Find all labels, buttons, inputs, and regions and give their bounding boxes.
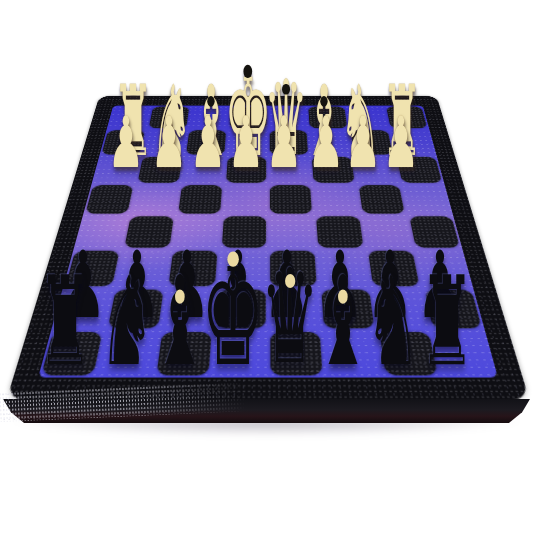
white-pawn-f2: ♟ [190, 107, 226, 178]
pieces-layer: ♜♞♝♚♛♝♞♜♟♟♟♟♟♟♟♟♟♟♟♟♟♟♟♟♜♞♝♚♛♝♞♜ [0, 0, 533, 533]
white-pawn-c2: ♟ [308, 107, 344, 178]
photo-background: ♜♞♝♚♛♝♞♜♟♟♟♟♟♟♟♟♟♟♟♟♟♟♟♟♜♞♝♚♛♝♞♜ [0, 0, 533, 533]
black-rook-a8: ♜ [419, 260, 474, 383]
black-bishop-c8: ♝ [315, 260, 370, 383]
white-pawn-d2: ♟ [266, 107, 302, 178]
white-pawn-g2: ♟ [151, 107, 187, 178]
black-rook-h8: ♜ [37, 260, 92, 383]
white-pawn-h2: ♟ [108, 107, 144, 178]
black-knight-b8: ♞ [365, 260, 420, 383]
white-pawn-a2: ♟ [383, 107, 419, 178]
white-pawn-e2: ♟ [228, 107, 264, 178]
white-pawn-b2: ♟ [345, 107, 381, 178]
black-knight-g8: ♞ [99, 260, 154, 383]
black-queen-d8: ♛ [261, 254, 319, 384]
black-king-e8: ♚ [201, 244, 265, 387]
black-bishop-f8: ♝ [152, 260, 207, 383]
